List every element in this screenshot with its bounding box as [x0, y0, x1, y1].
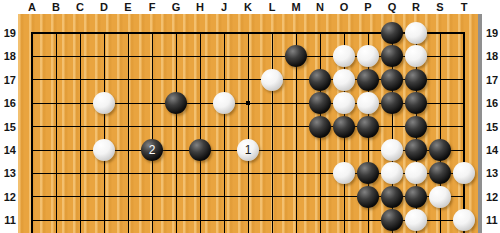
row-label-right-17: 17 — [485, 73, 500, 87]
stone-black-q12[interactable] — [381, 186, 403, 208]
stone-white-r13[interactable] — [405, 162, 427, 184]
row-label-left-16: 16 — [0, 96, 17, 110]
stone-black-n16[interactable] — [309, 92, 331, 114]
stone-white-r18[interactable] — [405, 45, 427, 67]
stone-white-p18[interactable] — [357, 45, 379, 67]
stone-white-j16[interactable] — [213, 92, 235, 114]
stone-white-l17[interactable] — [261, 69, 283, 91]
stone-black-q17[interactable] — [381, 69, 403, 91]
stone-black-r16[interactable] — [405, 92, 427, 114]
stone-black-n17[interactable] — [309, 69, 331, 91]
column-label-f: F — [140, 0, 164, 13]
stone-black-r15[interactable] — [405, 116, 427, 138]
column-label-b: B — [44, 0, 68, 13]
stone-white-r11[interactable] — [405, 209, 427, 231]
column-label-t: T — [452, 0, 476, 13]
stone-white-o17[interactable] — [333, 69, 355, 91]
stone-black-p13[interactable] — [357, 162, 379, 184]
stone-black-o15[interactable] — [333, 116, 355, 138]
stone-white-p16[interactable] — [357, 92, 379, 114]
column-label-e: E — [116, 0, 140, 13]
column-label-m: M — [284, 0, 308, 13]
stone-black-r17[interactable] — [405, 69, 427, 91]
row-label-right-13: 13 — [485, 166, 500, 180]
go-app-screen: ABCDEFGHJKLMNOPQRST 191817161514131211 1… — [0, 0, 500, 233]
row-label-left-17: 17 — [0, 73, 17, 87]
stone-black-q16[interactable] — [381, 92, 403, 114]
row-label-left-14: 14 — [0, 143, 17, 157]
move-number-1: 1 — [245, 143, 252, 157]
column-label-c: C — [68, 0, 92, 13]
row-label-left-15: 15 — [0, 120, 17, 134]
stone-white-r19[interactable] — [405, 22, 427, 44]
stone-black-q18[interactable] — [381, 45, 403, 67]
stone-black-s14[interactable] — [429, 139, 451, 161]
stone-white-t11[interactable] — [453, 209, 475, 231]
stone-black-p12[interactable] — [357, 186, 379, 208]
stone-black-f14[interactable]: 2 — [141, 139, 163, 161]
stone-black-p17[interactable] — [357, 69, 379, 91]
column-label-s: S — [428, 0, 452, 13]
stone-black-q11[interactable] — [381, 209, 403, 231]
row-label-right-14: 14 — [485, 143, 500, 157]
stone-white-d16[interactable] — [93, 92, 115, 114]
row-label-left-18: 18 — [0, 49, 17, 63]
row-label-right-12: 12 — [485, 190, 500, 204]
stone-white-d14[interactable] — [93, 139, 115, 161]
stone-black-r12[interactable] — [405, 186, 427, 208]
column-label-n: N — [308, 0, 332, 13]
column-label-l: L — [260, 0, 284, 13]
column-label-d: D — [92, 0, 116, 13]
stone-white-q13[interactable] — [381, 162, 403, 184]
stone-black-r14[interactable] — [405, 139, 427, 161]
stone-black-g16[interactable] — [165, 92, 187, 114]
row-label-left-19: 19 — [0, 26, 17, 40]
row-label-left-11: 11 — [0, 213, 17, 227]
row-label-right-15: 15 — [485, 120, 500, 134]
column-label-j: J — [212, 0, 236, 13]
column-label-a: A — [20, 0, 44, 13]
stone-white-t13[interactable] — [453, 162, 475, 184]
column-label-p: P — [356, 0, 380, 13]
stone-black-p15[interactable] — [357, 116, 379, 138]
column-label-h: H — [188, 0, 212, 13]
stone-white-o13[interactable] — [333, 162, 355, 184]
board-edge-shadow — [478, 14, 482, 233]
stone-white-o16[interactable] — [333, 92, 355, 114]
row-label-left-13: 13 — [0, 166, 17, 180]
column-label-k: K — [236, 0, 260, 13]
stone-black-h14[interactable] — [189, 139, 211, 161]
column-label-o: O — [332, 0, 356, 13]
go-board[interactable]: 21 — [18, 14, 478, 233]
stone-black-q19[interactable] — [381, 22, 403, 44]
row-label-right-18: 18 — [485, 49, 500, 63]
stone-white-s12[interactable] — [429, 186, 451, 208]
move-number-2: 2 — [149, 143, 156, 157]
row-label-left-12: 12 — [0, 190, 17, 204]
stones-layer: 21 — [20, 21, 476, 232]
stone-white-q14[interactable] — [381, 139, 403, 161]
row-label-right-16: 16 — [485, 96, 500, 110]
column-label-q: Q — [380, 0, 404, 13]
stone-white-o18[interactable] — [333, 45, 355, 67]
stone-black-s13[interactable] — [429, 162, 451, 184]
row-label-right-19: 19 — [485, 26, 500, 40]
column-label-r: R — [404, 0, 428, 13]
stone-white-k14[interactable]: 1 — [237, 139, 259, 161]
column-label-g: G — [164, 0, 188, 13]
row-label-right-11: 11 — [485, 213, 500, 227]
stone-black-m18[interactable] — [285, 45, 307, 67]
stone-black-n15[interactable] — [309, 116, 331, 138]
